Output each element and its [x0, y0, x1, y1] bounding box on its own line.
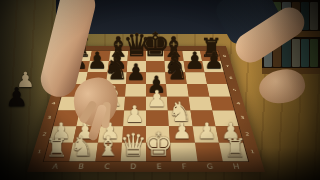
- rank-label: 3: [240, 116, 245, 121]
- square-h6[interactable]: [204, 72, 227, 84]
- piece-white-bishop[interactable]: ♝: [96, 133, 120, 160]
- piece-black-knight[interactable]: ♞: [164, 56, 189, 84]
- piece-white-pawn[interactable]: ♟: [124, 102, 144, 125]
- piece-white-pawn[interactable]: ♟: [147, 87, 167, 110]
- rank-label: 7: [225, 65, 229, 68]
- rank-label: 5: [232, 88, 237, 92]
- square-c1[interactable]: ♝: [95, 143, 122, 162]
- square-f6[interactable]: ♞: [165, 72, 186, 84]
- file-labels: ABCDEFGH: [41, 162, 251, 171]
- file-label: F: [182, 163, 187, 170]
- piece-white-pawn[interactable]: ♟: [172, 120, 192, 142]
- file-label: A: [52, 163, 59, 170]
- square-h5[interactable]: [207, 84, 231, 97]
- piece-white-rook[interactable]: ♜: [46, 135, 69, 160]
- rank-label: 4: [51, 101, 56, 105]
- file-label: G: [206, 163, 213, 170]
- square-h7[interactable]: ♟: [202, 61, 224, 72]
- rank-label: 1: [36, 149, 42, 155]
- piece-white-king[interactable]: ♚: [144, 128, 174, 161]
- square-f1[interactable]: [170, 143, 197, 162]
- square-d6[interactable]: ♟: [126, 72, 146, 84]
- file-label: D: [130, 163, 136, 170]
- rank-label: 6: [229, 76, 233, 80]
- square-e1[interactable]: ♚: [146, 143, 172, 162]
- piece-white-rook[interactable]: ♜: [224, 135, 247, 160]
- square-d5[interactable]: [125, 84, 146, 97]
- piece-white-pawn[interactable]: ♟: [197, 120, 217, 142]
- square-e4[interactable]: ♟: [146, 97, 168, 111]
- square-e3[interactable]: [146, 111, 169, 126]
- file-label: H: [233, 163, 241, 170]
- piece-black-pawn[interactable]: ♟: [126, 61, 146, 83]
- square-h4[interactable]: [209, 97, 234, 111]
- file-label: B: [78, 163, 85, 170]
- file-label: E: [156, 163, 161, 170]
- square-b1[interactable]: ♞: [69, 143, 97, 162]
- square-d3[interactable]: ♟: [123, 111, 146, 126]
- piece-black-pawn[interactable]: ♟: [204, 49, 225, 72]
- video-frame: ♜♝♛♚♝♜♟♟♟♟♟♟♞♟♞♟♝♟♟♞♟♟♟♟♟♟♜♞♝♛♚♜ ABCDEFG…: [0, 0, 320, 180]
- rank-label: 4: [236, 101, 241, 105]
- square-h1[interactable]: ♜: [219, 143, 248, 162]
- square-g2[interactable]: ♟: [192, 126, 219, 143]
- file-label: C: [104, 163, 110, 170]
- rank-label: 1: [250, 149, 256, 155]
- captured-black-pawn: ♟: [5, 84, 28, 110]
- square-d1[interactable]: ♛: [120, 143, 146, 162]
